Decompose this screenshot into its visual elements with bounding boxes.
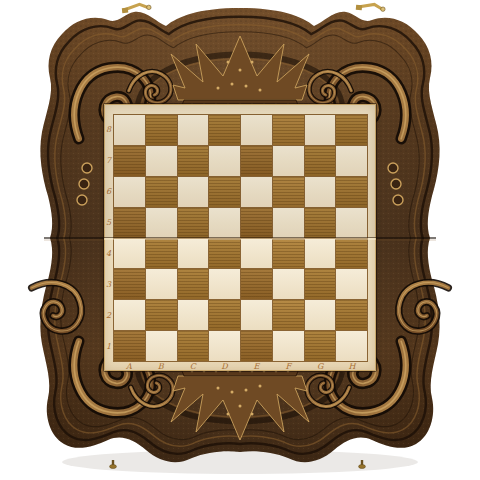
square-c5[interactable] <box>178 208 209 238</box>
square-b2[interactable] <box>146 300 177 330</box>
square-e3[interactable] <box>241 269 272 299</box>
square-e5[interactable] <box>241 208 272 238</box>
rank-label-7: 7 <box>104 145 113 176</box>
square-b1[interactable] <box>146 331 177 361</box>
square-d4[interactable] <box>209 239 240 269</box>
rank-label-8: 8 <box>104 114 113 145</box>
square-g3[interactable] <box>305 269 336 299</box>
square-f5[interactable] <box>273 208 304 238</box>
square-a8[interactable] <box>114 115 145 145</box>
square-c8[interactable] <box>178 115 209 145</box>
square-b8[interactable] <box>146 115 177 145</box>
square-c6[interactable] <box>178 177 209 207</box>
square-d3[interactable] <box>209 269 240 299</box>
square-e8[interactable] <box>241 115 272 145</box>
square-b7[interactable] <box>146 146 177 176</box>
square-f3[interactable] <box>273 269 304 299</box>
square-f4[interactable] <box>273 239 304 269</box>
square-d1[interactable] <box>209 331 240 361</box>
file-labels: ABCDEFGH <box>113 362 368 371</box>
square-g7[interactable] <box>305 146 336 176</box>
square-e1[interactable] <box>241 331 272 361</box>
carved-chess-set-photo: 87654321 ABCDEFGH <box>0 0 480 480</box>
chess-board: 87654321 ABCDEFGH <box>104 104 376 371</box>
square-g4[interactable] <box>305 239 336 269</box>
square-b4[interactable] <box>146 239 177 269</box>
rank-label-6: 6 <box>104 176 113 207</box>
square-g2[interactable] <box>305 300 336 330</box>
file-label-E: E <box>241 362 273 371</box>
square-f8[interactable] <box>273 115 304 145</box>
square-a5[interactable] <box>114 208 145 238</box>
square-b3[interactable] <box>146 269 177 299</box>
square-c1[interactable] <box>178 331 209 361</box>
board-fold-seam <box>104 237 376 240</box>
brass-latch-left <box>122 3 152 13</box>
square-c7[interactable] <box>178 146 209 176</box>
file-label-H: H <box>336 362 368 371</box>
square-e4[interactable] <box>241 239 272 269</box>
square-b5[interactable] <box>146 208 177 238</box>
square-g8[interactable] <box>305 115 336 145</box>
square-c4[interactable] <box>178 239 209 269</box>
square-d7[interactable] <box>209 146 240 176</box>
square-a1[interactable] <box>114 331 145 361</box>
square-h2[interactable] <box>336 300 367 330</box>
square-f2[interactable] <box>273 300 304 330</box>
square-a4[interactable] <box>114 239 145 269</box>
brass-latch-right <box>356 3 386 13</box>
square-f7[interactable] <box>273 146 304 176</box>
square-a2[interactable] <box>114 300 145 330</box>
square-h3[interactable] <box>336 269 367 299</box>
square-c2[interactable] <box>178 300 209 330</box>
square-e2[interactable] <box>241 300 272 330</box>
square-h5[interactable] <box>336 208 367 238</box>
square-h4[interactable] <box>336 239 367 269</box>
square-a7[interactable] <box>114 146 145 176</box>
square-h8[interactable] <box>336 115 367 145</box>
file-label-B: B <box>145 362 177 371</box>
square-f6[interactable] <box>273 177 304 207</box>
rank-label-4: 4 <box>104 238 113 269</box>
file-label-F: F <box>272 362 304 371</box>
square-g1[interactable] <box>305 331 336 361</box>
cast-shadow <box>62 450 418 474</box>
square-h6[interactable] <box>336 177 367 207</box>
rank-label-1: 1 <box>104 331 113 362</box>
square-d2[interactable] <box>209 300 240 330</box>
square-e6[interactable] <box>241 177 272 207</box>
rank-label-5: 5 <box>104 207 113 238</box>
square-h1[interactable] <box>336 331 367 361</box>
square-d6[interactable] <box>209 177 240 207</box>
rank-label-2: 2 <box>104 300 113 331</box>
square-b6[interactable] <box>146 177 177 207</box>
file-label-D: D <box>209 362 241 371</box>
file-label-A: A <box>113 362 145 371</box>
rank-label-3: 3 <box>104 269 113 300</box>
square-e7[interactable] <box>241 146 272 176</box>
square-d8[interactable] <box>209 115 240 145</box>
square-c3[interactable] <box>178 269 209 299</box>
square-f1[interactable] <box>273 331 304 361</box>
square-h7[interactable] <box>336 146 367 176</box>
square-g5[interactable] <box>305 208 336 238</box>
square-a3[interactable] <box>114 269 145 299</box>
square-a6[interactable] <box>114 177 145 207</box>
square-g6[interactable] <box>305 177 336 207</box>
square-d5[interactable] <box>209 208 240 238</box>
file-label-G: G <box>304 362 336 371</box>
file-label-C: C <box>177 362 209 371</box>
